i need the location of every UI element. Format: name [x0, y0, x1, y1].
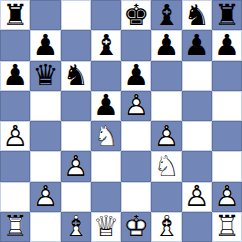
- black-pawn-icon: ♟: [121, 61, 151, 91]
- chessboard-screenshot: ♜♚♝♞♜♟♝♟♟♟♟♛♞♟♟♟♙♟♙♞♘♟♙♟♙♞♘♟♙♟♙♟♙♜♖♝♗♛♕♚…: [0, 0, 242, 242]
- piece-black-pawn[interactable]: ♟: [30, 30, 60, 60]
- square-a6[interactable]: ♟: [0, 61, 30, 91]
- piece-white-pawn[interactable]: ♟♙: [182, 182, 212, 212]
- chess-board: ♜♚♝♞♜♟♝♟♟♟♟♛♞♟♟♟♙♟♙♞♘♟♙♟♙♞♘♟♙♟♙♟♙♜♖♝♗♛♕♚…: [0, 0, 242, 242]
- piece-black-pawn[interactable]: ♟: [182, 30, 212, 60]
- black-pawn-icon: ♟: [91, 91, 121, 121]
- square-e7[interactable]: [121, 30, 151, 60]
- square-b3[interactable]: [30, 151, 60, 181]
- white-knight-icon: ♞: [91, 121, 121, 151]
- square-g3[interactable]: [182, 151, 212, 181]
- square-d4[interactable]: ♞♘: [91, 121, 121, 151]
- piece-white-pawn[interactable]: ♟♙: [30, 182, 60, 212]
- square-b1[interactable]: [30, 212, 60, 242]
- square-c8[interactable]: [61, 0, 91, 30]
- piece-white-pawn[interactable]: ♟♙: [151, 121, 181, 151]
- black-bishop-icon: ♝: [151, 0, 181, 30]
- square-h7[interactable]: ♟: [212, 30, 242, 60]
- square-c2[interactable]: [61, 182, 91, 212]
- white-pawn-icon: ♟: [121, 91, 151, 121]
- white-pawn-icon: ♟: [212, 182, 242, 212]
- white-rook-icon: ♜: [0, 212, 30, 242]
- piece-white-bishop[interactable]: ♝♗: [61, 212, 91, 242]
- white-pawn-icon: ♟: [182, 182, 212, 212]
- square-d6[interactable]: [91, 61, 121, 91]
- white-bishop-outline-icon: ♗: [151, 212, 181, 242]
- black-knight-icon: ♞: [182, 0, 212, 30]
- black-pawn-icon: ♟: [151, 30, 181, 60]
- square-g5[interactable]: [182, 91, 212, 121]
- square-c4[interactable]: [61, 121, 91, 151]
- square-g6[interactable]: [182, 61, 212, 91]
- square-e1[interactable]: ♚♔: [121, 212, 151, 242]
- square-d7[interactable]: ♝: [91, 30, 121, 60]
- square-f4[interactable]: ♟♙: [151, 121, 181, 151]
- white-pawn-outline-icon: ♙: [151, 121, 181, 151]
- square-d8[interactable]: [91, 0, 121, 30]
- square-g4[interactable]: [182, 121, 212, 151]
- piece-white-pawn[interactable]: ♟♙: [121, 91, 151, 121]
- square-g2[interactable]: ♟♙: [182, 182, 212, 212]
- piece-black-pawn[interactable]: ♟: [212, 30, 242, 60]
- square-f2[interactable]: [151, 182, 181, 212]
- white-knight-outline-icon: ♘: [151, 151, 181, 181]
- piece-black-pawn[interactable]: ♟: [151, 30, 181, 60]
- black-bishop-icon: ♝: [91, 30, 121, 60]
- piece-white-pawn[interactable]: ♟♙: [0, 121, 30, 151]
- square-h6[interactable]: [212, 61, 242, 91]
- piece-black-pawn[interactable]: ♟: [91, 91, 121, 121]
- white-pawn-outline-icon: ♙: [0, 121, 30, 151]
- square-e6[interactable]: ♟: [121, 61, 151, 91]
- square-h1[interactable]: ♜♖: [212, 212, 242, 242]
- square-e8[interactable]: ♚: [121, 0, 151, 30]
- square-f3[interactable]: ♞♘: [151, 151, 181, 181]
- square-c7[interactable]: [61, 30, 91, 60]
- white-pawn-icon: ♟: [151, 121, 181, 151]
- square-g7[interactable]: ♟: [182, 30, 212, 60]
- square-b8[interactable]: [30, 0, 60, 30]
- white-knight-icon: ♞: [151, 151, 181, 181]
- square-e2[interactable]: [121, 182, 151, 212]
- piece-black-rook[interactable]: ♜: [0, 0, 30, 30]
- square-g8[interactable]: ♞: [182, 0, 212, 30]
- square-a1[interactable]: ♜♖: [0, 212, 30, 242]
- white-pawn-icon: ♟: [30, 182, 60, 212]
- square-b2[interactable]: ♟♙: [30, 182, 60, 212]
- piece-black-bishop[interactable]: ♝: [91, 30, 121, 60]
- white-rook-outline-icon: ♖: [0, 212, 30, 242]
- white-king-icon: ♚: [121, 212, 151, 242]
- white-pawn-outline-icon: ♙: [182, 182, 212, 212]
- square-d5[interactable]: ♟: [91, 91, 121, 121]
- square-f1[interactable]: ♝♗: [151, 212, 181, 242]
- piece-white-queen[interactable]: ♛♕: [91, 212, 121, 242]
- square-e4[interactable]: [121, 121, 151, 151]
- square-h4[interactable]: [212, 121, 242, 151]
- piece-white-rook[interactable]: ♜♖: [0, 212, 30, 242]
- piece-black-rook[interactable]: ♜: [212, 0, 242, 30]
- black-rook-icon: ♜: [0, 0, 30, 30]
- square-d1[interactable]: ♛♕: [91, 212, 121, 242]
- square-e3[interactable]: [121, 151, 151, 181]
- square-b5[interactable]: [30, 91, 60, 121]
- white-bishop-icon: ♝: [151, 212, 181, 242]
- white-rook-outline-icon: ♖: [212, 212, 242, 242]
- black-pawn-icon: ♟: [0, 61, 30, 91]
- piece-white-bishop[interactable]: ♝♗: [151, 212, 181, 242]
- white-king-outline-icon: ♔: [121, 212, 151, 242]
- white-pawn-outline-icon: ♙: [212, 182, 242, 212]
- piece-white-pawn[interactable]: ♟♙: [61, 151, 91, 181]
- white-queen-outline-icon: ♕: [91, 212, 121, 242]
- white-bishop-icon: ♝: [61, 212, 91, 242]
- square-f7[interactable]: ♟: [151, 30, 181, 60]
- square-h2[interactable]: ♟♙: [212, 182, 242, 212]
- white-pawn-outline-icon: ♙: [61, 151, 91, 181]
- black-king-icon: ♚: [121, 0, 151, 30]
- white-rook-icon: ♜: [212, 212, 242, 242]
- square-a2[interactable]: [0, 182, 30, 212]
- piece-white-king[interactable]: ♚♔: [121, 212, 151, 242]
- square-c3[interactable]: ♟♙: [61, 151, 91, 181]
- black-queen-icon: ♛: [30, 61, 60, 91]
- piece-white-knight[interactable]: ♞♘: [91, 121, 121, 151]
- piece-black-king[interactable]: ♚: [121, 0, 151, 30]
- piece-black-queen[interactable]: ♛: [30, 61, 60, 91]
- square-e5[interactable]: ♟♙: [121, 91, 151, 121]
- piece-black-pawn[interactable]: ♟: [0, 61, 30, 91]
- square-b6[interactable]: ♛: [30, 61, 60, 91]
- piece-white-pawn[interactable]: ♟♙: [212, 182, 242, 212]
- piece-white-knight[interactable]: ♞♘: [151, 151, 181, 181]
- piece-black-bishop[interactable]: ♝: [151, 0, 181, 30]
- square-b7[interactable]: ♟: [30, 30, 60, 60]
- white-knight-outline-icon: ♘: [91, 121, 121, 151]
- square-h8[interactable]: ♜: [212, 0, 242, 30]
- square-c6[interactable]: ♞: [61, 61, 91, 91]
- square-a5[interactable]: [0, 91, 30, 121]
- white-pawn-icon: ♟: [61, 151, 91, 181]
- piece-black-pawn[interactable]: ♟: [121, 61, 151, 91]
- square-f5[interactable]: [151, 91, 181, 121]
- square-a8[interactable]: ♜: [0, 0, 30, 30]
- square-g1[interactable]: [182, 212, 212, 242]
- square-c5[interactable]: [61, 91, 91, 121]
- square-c1[interactable]: ♝♗: [61, 212, 91, 242]
- square-d2[interactable]: [91, 182, 121, 212]
- white-pawn-icon: ♟: [0, 121, 30, 151]
- black-pawn-icon: ♟: [30, 30, 60, 60]
- square-b4[interactable]: [30, 121, 60, 151]
- square-a7[interactable]: [0, 30, 30, 60]
- black-rook-icon: ♜: [212, 0, 242, 30]
- square-h3[interactable]: [212, 151, 242, 181]
- square-a3[interactable]: [0, 151, 30, 181]
- square-d3[interactable]: [91, 151, 121, 181]
- white-pawn-outline-icon: ♙: [30, 182, 60, 212]
- white-pawn-outline-icon: ♙: [121, 91, 151, 121]
- square-f8[interactable]: ♝: [151, 0, 181, 30]
- piece-black-knight[interactable]: ♞: [182, 0, 212, 30]
- piece-black-knight[interactable]: ♞: [61, 61, 91, 91]
- black-knight-icon: ♞: [61, 61, 91, 91]
- black-pawn-icon: ♟: [182, 30, 212, 60]
- square-a4[interactable]: ♟♙: [0, 121, 30, 151]
- white-bishop-outline-icon: ♗: [61, 212, 91, 242]
- piece-white-rook[interactable]: ♜♖: [212, 212, 242, 242]
- black-pawn-icon: ♟: [212, 30, 242, 60]
- square-h5[interactable]: [212, 91, 242, 121]
- white-queen-icon: ♛: [91, 212, 121, 242]
- square-f6[interactable]: [151, 61, 181, 91]
